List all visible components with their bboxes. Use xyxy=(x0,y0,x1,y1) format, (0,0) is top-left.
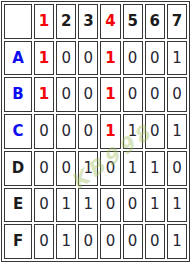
grid-cell-A7: 1 xyxy=(167,41,187,76)
row-label-F: F xyxy=(4,224,32,259)
grid-cell-A4: 1 xyxy=(100,41,120,76)
grid-cell-F5: 0 xyxy=(123,224,143,259)
grid-cell-A1: 1 xyxy=(34,41,54,76)
col-header-4: 4 xyxy=(100,4,120,39)
grid-cell-E6: 1 xyxy=(145,188,165,223)
grid-cell-F2: 1 xyxy=(56,224,76,259)
col-header-5: 5 xyxy=(123,4,143,39)
grid-cell-B2: 0 xyxy=(56,77,76,112)
grid-cell-C2: 0 xyxy=(56,114,76,149)
grid-cell-B3: 0 xyxy=(78,77,98,112)
grid-cell-D6: 1 xyxy=(145,151,165,186)
grid-cell-D1: 0 xyxy=(34,151,54,186)
col-header-6: 6 xyxy=(145,4,165,39)
grid-cell-D5: 1 xyxy=(123,151,143,186)
grid-cell-A6: 0 xyxy=(145,41,165,76)
game-board: 1 2 3 4 5 6 7 A 1 0 0 1 0 0 1 B 1 0 0 1 … xyxy=(1,1,190,262)
grid-cell-F7: 1 xyxy=(167,224,187,259)
grid-cell-B5: 0 xyxy=(123,77,143,112)
grid-cell-E3: 1 xyxy=(78,188,98,223)
grid-cell-B7: 0 xyxy=(167,77,187,112)
grid-cell-F4: 0 xyxy=(100,224,120,259)
grid-cell-F6: 0 xyxy=(145,224,165,259)
grid-cell-D4: 0 xyxy=(100,151,120,186)
grid-cell-B1: 1 xyxy=(34,77,54,112)
grid-cell-C4: 1 xyxy=(100,114,120,149)
row-label-C: C xyxy=(4,114,32,149)
grid-cell-C7: 1 xyxy=(167,114,187,149)
col-header-7: 7 xyxy=(167,4,187,39)
row-label-B: B xyxy=(4,77,32,112)
grid-cell-B4: 1 xyxy=(100,77,120,112)
grid-cell-E7: 1 xyxy=(167,188,187,223)
grid-cell-B6: 0 xyxy=(145,77,165,112)
grid-cell-E1: 0 xyxy=(34,188,54,223)
grid-cell-D7: 0 xyxy=(167,151,187,186)
grid-cell-D3: 1 xyxy=(78,151,98,186)
row-label-D: D xyxy=(4,151,32,186)
grid-cell-C1: 0 xyxy=(34,114,54,149)
grid-cell-F1: 0 xyxy=(34,224,54,259)
grid-cell-C5: 1 xyxy=(123,114,143,149)
grid-cell-A3: 0 xyxy=(78,41,98,76)
grid-cell-D2: 0 xyxy=(56,151,76,186)
col-header-2: 2 xyxy=(56,4,76,39)
col-header-1: 1 xyxy=(34,4,54,39)
grid-cell-E4: 0 xyxy=(100,188,120,223)
grid-cell-E2: 1 xyxy=(56,188,76,223)
grid-cell-C3: 0 xyxy=(78,114,98,149)
row-label-E: E xyxy=(4,188,32,223)
grid-cell-E5: 0 xyxy=(123,188,143,223)
grid-cell-F3: 0 xyxy=(78,224,98,259)
col-header-3: 3 xyxy=(78,4,98,39)
grid-cell-C6: 0 xyxy=(145,114,165,149)
grid-cell-A2: 0 xyxy=(56,41,76,76)
grid-cell-A5: 0 xyxy=(123,41,143,76)
row-label-A: A xyxy=(4,41,32,76)
corner-cell xyxy=(4,4,32,39)
